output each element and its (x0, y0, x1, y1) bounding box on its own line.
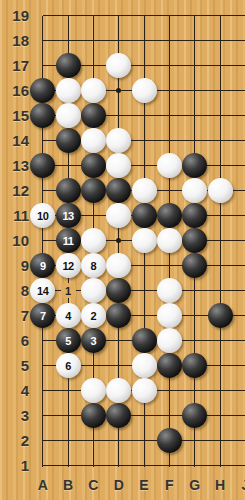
row-label-2: 2 (2, 432, 29, 450)
row-label-19: 19 (2, 7, 29, 25)
stone-black-G13 (182, 153, 207, 178)
stone-white-B9: 12 (56, 253, 81, 278)
move-number: 10 (37, 210, 48, 222)
stone-black-B17 (56, 53, 81, 78)
row-label-11: 11 (2, 207, 29, 225)
stone-black-A7: 7 (30, 303, 55, 328)
stone-white-B7: 4 (56, 303, 81, 328)
stone-white-C7: 2 (81, 303, 106, 328)
stone-white-C9: 8 (81, 253, 106, 278)
col-label-H: H (210, 477, 230, 493)
col-label-C: C (83, 477, 103, 493)
star-point-D10 (116, 238, 121, 243)
row-label-9: 9 (2, 257, 29, 275)
col-label-B: B (58, 477, 78, 493)
stone-white-C16 (81, 78, 106, 103)
row-label-7: 7 (2, 307, 29, 325)
move-label-1-B8: 1 (61, 283, 76, 298)
stone-white-C4 (81, 378, 106, 403)
stone-white-D9 (106, 253, 131, 278)
move-number: 2 (91, 310, 97, 322)
stone-black-B12 (56, 178, 81, 203)
col-label-D: D (109, 477, 129, 493)
stone-white-H12 (208, 178, 233, 203)
move-number: 12 (62, 260, 73, 272)
stone-white-E4 (132, 378, 157, 403)
move-number: 5 (65, 335, 71, 347)
stone-black-G11 (182, 203, 207, 228)
stone-black-B11: 13 (56, 203, 81, 228)
move-number: 13 (62, 210, 73, 222)
stone-black-A16 (30, 78, 55, 103)
stone-black-F5 (157, 353, 182, 378)
stone-white-D17 (106, 53, 131, 78)
col-label-E: E (134, 477, 154, 493)
col-label-G: G (185, 477, 205, 493)
stone-white-D4 (106, 378, 131, 403)
col-label-J: J (235, 477, 245, 493)
stone-black-B14 (56, 128, 81, 153)
stone-black-D8 (106, 278, 131, 303)
col-label-F: F (159, 477, 179, 493)
star-point-D16 (116, 88, 121, 93)
stone-white-C10 (81, 228, 106, 253)
stone-black-F11 (157, 203, 182, 228)
row-label-8: 8 (2, 282, 29, 300)
stone-white-G12 (182, 178, 207, 203)
stone-white-E12 (132, 178, 157, 203)
stone-white-D13 (106, 153, 131, 178)
stone-black-D7 (106, 303, 131, 328)
stone-black-E11 (132, 203, 157, 228)
stone-black-C12 (81, 178, 106, 203)
stone-white-D14 (106, 128, 131, 153)
stone-white-D11 (106, 203, 131, 228)
stone-white-C14 (81, 128, 106, 153)
stone-white-C8 (81, 278, 106, 303)
move-number: 7 (40, 310, 46, 322)
stone-black-C3 (81, 403, 106, 428)
go-board[interactable]: 1311975310128144261191817161514131211109… (0, 0, 245, 500)
move-number: 9 (40, 260, 46, 272)
stone-black-B6: 5 (56, 328, 81, 353)
move-number: 11 (63, 235, 74, 247)
stone-black-C15 (81, 103, 106, 128)
row-label-5: 5 (2, 357, 29, 375)
stone-white-B5: 6 (56, 353, 81, 378)
stone-white-E5 (132, 353, 157, 378)
row-label-13: 13 (2, 157, 29, 175)
stone-white-A8: 14 (30, 278, 55, 303)
stone-black-D3 (106, 403, 131, 428)
stone-white-F7 (157, 303, 182, 328)
stone-white-F6 (157, 328, 182, 353)
col-label-A: A (33, 477, 53, 493)
move-number: 14 (37, 285, 48, 297)
row-label-6: 6 (2, 332, 29, 350)
stone-white-F8 (157, 278, 182, 303)
stone-black-A15 (30, 103, 55, 128)
stone-white-F13 (157, 153, 182, 178)
stone-black-G5 (182, 353, 207, 378)
stone-black-E6 (132, 328, 157, 353)
stone-black-G9 (182, 253, 207, 278)
stone-black-A13 (30, 153, 55, 178)
stone-white-B15 (56, 103, 81, 128)
stone-black-G3 (182, 403, 207, 428)
row-label-18: 18 (2, 32, 29, 50)
row-label-12: 12 (2, 182, 29, 200)
stone-white-F10 (157, 228, 182, 253)
stone-white-B16 (56, 78, 81, 103)
row-label-16: 16 (2, 82, 29, 100)
row-label-14: 14 (2, 132, 29, 150)
move-number: 8 (91, 260, 97, 272)
go-diagram: 1311975310128144261191817161514131211109… (0, 0, 245, 500)
stone-black-D12 (106, 178, 131, 203)
stone-black-F2 (157, 428, 182, 453)
row-label-15: 15 (2, 107, 29, 125)
stone-black-H7 (208, 303, 233, 328)
stone-white-E16 (132, 78, 157, 103)
stone-black-A9: 9 (30, 253, 55, 278)
grid-line (220, 16, 221, 467)
move-number: 4 (65, 310, 71, 322)
row-label-17: 17 (2, 57, 29, 75)
stone-black-C13 (81, 153, 106, 178)
row-label-3: 3 (2, 407, 29, 425)
row-label-10: 10 (2, 232, 29, 250)
stone-black-B10: 11 (56, 228, 81, 253)
stone-black-C6: 3 (81, 328, 106, 353)
row-label-4: 4 (2, 382, 29, 400)
move-number: 6 (65, 360, 71, 372)
stone-black-G10 (182, 228, 207, 253)
stone-white-A11: 10 (30, 203, 55, 228)
move-number: 3 (91, 335, 97, 347)
row-label-1: 1 (2, 457, 29, 475)
stone-white-E10 (132, 228, 157, 253)
